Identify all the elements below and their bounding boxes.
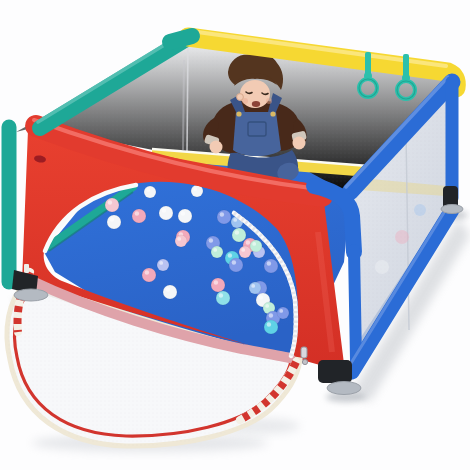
baby-ear (237, 94, 244, 101)
ball-highlight (246, 240, 250, 244)
baby-overalls-bib (233, 112, 281, 156)
hazy-ball (395, 230, 409, 244)
ball-highlight (252, 242, 256, 246)
play-ball (142, 268, 156, 282)
left-foot-tag (24, 264, 29, 273)
play-ball (178, 209, 192, 223)
ball-highlight (232, 260, 236, 264)
ball-highlight (259, 295, 263, 299)
ball-highlight (213, 248, 217, 252)
ball-highlight (279, 309, 283, 313)
back-right-suction-cup (441, 205, 463, 214)
ball-highlight (166, 287, 170, 291)
zipper-slider (301, 347, 307, 358)
ball-highlight (209, 238, 213, 242)
ball-highlight (220, 212, 224, 216)
ball-highlight (267, 261, 271, 265)
play-ball (163, 285, 177, 299)
baby-mouth (252, 101, 260, 107)
play-ball (264, 320, 278, 334)
baby-cheek-left (242, 98, 248, 104)
zipper-pull-ring (302, 359, 307, 364)
back-left-leg-hint (183, 60, 184, 150)
hazy-ball (414, 204, 426, 216)
play-ball (216, 291, 230, 305)
ball-highlight (265, 304, 269, 308)
ball-highlight (228, 253, 232, 257)
play-ball (217, 210, 231, 224)
front-right-suction-cup (327, 382, 361, 395)
hazy-ball (375, 260, 389, 274)
play-ball (264, 259, 278, 273)
ball-highlight (267, 322, 271, 326)
play-ball (157, 259, 169, 271)
baby-button-right (270, 111, 275, 116)
play-ball (239, 246, 251, 258)
play-ball (159, 206, 173, 220)
play-ball (277, 307, 289, 319)
baby-button-left (236, 111, 241, 116)
play-ball (250, 240, 262, 252)
ball-highlight (108, 200, 112, 204)
ball-highlight (251, 284, 255, 288)
product-photo (0, 0, 470, 470)
baby-right-hand (293, 137, 306, 150)
ball-highlight (241, 248, 245, 252)
front-left-suction-cup (14, 289, 48, 301)
front-right-foot (318, 360, 352, 383)
ball-highlight (177, 237, 181, 241)
ball-highlight (146, 188, 150, 192)
ball-highlight (110, 217, 114, 221)
play-ball (132, 209, 146, 223)
play-ball (175, 235, 187, 247)
ball-highlight (193, 187, 197, 191)
ball-highlight (181, 211, 185, 215)
ball-highlight (145, 270, 149, 274)
play-ball (144, 186, 156, 198)
play-ball (211, 278, 225, 292)
baby-cheek-right (266, 98, 272, 104)
ball-highlight (159, 261, 163, 265)
back-left-corner-seam (187, 42, 188, 152)
ball-highlight (219, 293, 223, 297)
play-ball (107, 215, 121, 229)
play-ball (249, 282, 261, 294)
ball-highlight (269, 313, 273, 317)
back-left-corner-wrap (170, 36, 192, 42)
baby-left-hand (210, 141, 223, 154)
play-ball (211, 246, 223, 258)
playpen-scene (0, 0, 470, 470)
play-ball (232, 228, 246, 242)
ball-highlight (135, 211, 139, 215)
play-ball (105, 198, 119, 212)
ball-highlight (233, 218, 237, 222)
play-ball (229, 258, 243, 272)
front-right-blue-post (354, 250, 356, 360)
ball-highlight (235, 230, 239, 234)
ball-highlight (214, 280, 218, 284)
ball-highlight (162, 208, 166, 212)
